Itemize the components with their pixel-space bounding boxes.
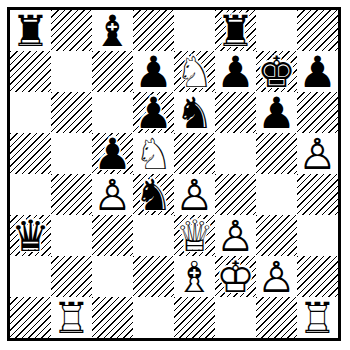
white-rook-h1: ♜♖ [297,297,338,338]
black-rook-a8: ♜ [10,10,51,51]
white-piece-outline: ♘ [174,52,215,93]
black-knight-d4: ♞ [133,174,174,215]
square-g8[interactable] [256,10,297,51]
black-piece-glyph: ♜ [10,11,51,52]
black-piece-glyph: ♞ [174,93,215,134]
square-g4[interactable] [256,174,297,215]
square-f4[interactable] [215,174,256,215]
white-piece-outline: ♖ [297,298,338,339]
square-g3[interactable] [256,215,297,256]
white-pawn-h5: ♟♙ [297,133,338,174]
square-e5[interactable] [174,133,215,174]
black-piece-glyph: ♞ [133,175,174,216]
square-e2[interactable]: ♝♗ [174,256,215,297]
black-king-g7: ♚ [256,51,297,92]
square-e1[interactable] [174,297,215,338]
white-piece-outline: ♙ [174,175,215,216]
white-queen-e3: ♛♕ [174,215,215,256]
square-g5[interactable] [256,133,297,174]
black-piece-glyph: ♟ [133,52,174,93]
black-pawn-f7: ♟ [215,51,256,92]
white-piece-fill: ♟ [297,134,338,175]
board-frame: ♜♝♜♟♞♘♟♚♟♟♞♟♟♞♘♟♙♟♙♞♟♙♛♛♕♟♙♝♗♚♔♟♙♜♖♜♖ [7,7,341,341]
white-piece-outline: ♔ [215,257,256,298]
square-a8[interactable]: ♜ [10,10,51,51]
square-b4[interactable] [51,174,92,215]
square-f2[interactable]: ♚♔ [215,256,256,297]
square-c5[interactable]: ♟ [92,133,133,174]
square-g7[interactable]: ♚ [256,51,297,92]
square-d4[interactable]: ♞ [133,174,174,215]
white-knight-d5: ♞♘ [133,133,174,174]
square-c8[interactable]: ♝ [92,10,133,51]
square-a5[interactable] [10,133,51,174]
black-rook-f8: ♜ [215,10,256,51]
white-piece-outline: ♙ [92,175,133,216]
white-knight-e7: ♞♘ [174,51,215,92]
black-bishop-c8: ♝ [92,10,133,51]
square-b3[interactable] [51,215,92,256]
square-b5[interactable] [51,133,92,174]
white-piece-outline: ♘ [133,134,174,175]
square-a1[interactable] [10,297,51,338]
square-e3[interactable]: ♛♕ [174,215,215,256]
square-e4[interactable]: ♟♙ [174,174,215,215]
black-pawn-h7: ♟ [297,51,338,92]
square-d2[interactable] [133,256,174,297]
square-f8[interactable]: ♜ [215,10,256,51]
square-c3[interactable] [92,215,133,256]
square-c2[interactable] [92,256,133,297]
square-f6[interactable] [215,92,256,133]
square-c4[interactable]: ♟♙ [92,174,133,215]
white-piece-outline: ♙ [215,216,256,257]
white-piece-outline: ♙ [256,257,297,298]
square-a4[interactable] [10,174,51,215]
square-e6[interactable]: ♞ [174,92,215,133]
black-pawn-d7: ♟ [133,51,174,92]
white-piece-fill: ♟ [215,216,256,257]
square-h1[interactable]: ♜♖ [297,297,338,338]
white-bishop-e2: ♝♗ [174,256,215,297]
white-piece-outline: ♗ [174,257,215,298]
white-piece-fill: ♝ [174,257,215,298]
chess-board: ♜♝♜♟♞♘♟♚♟♟♞♟♟♞♘♟♙♟♙♞♟♙♛♛♕♟♙♝♗♚♔♟♙♜♖♜♖ [10,10,338,338]
white-pawn-e4: ♟♙ [174,174,215,215]
square-h3[interactable] [297,215,338,256]
white-piece-outline: ♖ [51,298,92,339]
white-piece-outline: ♙ [297,134,338,175]
square-b8[interactable] [51,10,92,51]
square-h4[interactable] [297,174,338,215]
square-f5[interactable] [215,133,256,174]
black-pawn-d6: ♟ [133,92,174,133]
black-piece-glyph: ♜ [215,11,256,52]
white-rook-b1: ♜♖ [51,297,92,338]
square-b2[interactable] [51,256,92,297]
square-a6[interactable] [10,92,51,133]
white-piece-fill: ♟ [174,175,215,216]
square-h6[interactable] [297,92,338,133]
white-piece-fill: ♟ [92,175,133,216]
square-h5[interactable]: ♟♙ [297,133,338,174]
square-d3[interactable] [133,215,174,256]
square-a7[interactable] [10,51,51,92]
square-g6[interactable]: ♟ [256,92,297,133]
square-b6[interactable] [51,92,92,133]
black-piece-glyph: ♟ [92,134,133,175]
black-piece-glyph: ♛ [10,216,51,257]
square-c1[interactable] [92,297,133,338]
square-h7[interactable]: ♟ [297,51,338,92]
square-d1[interactable] [133,297,174,338]
white-pawn-f3: ♟♙ [215,215,256,256]
white-piece-outline: ♕ [174,216,215,257]
white-piece-fill: ♞ [174,52,215,93]
black-piece-glyph: ♟ [215,52,256,93]
white-piece-fill: ♚ [215,257,256,298]
square-f3[interactable]: ♟♙ [215,215,256,256]
square-a2[interactable] [10,256,51,297]
black-piece-glyph: ♟ [133,93,174,134]
square-c6[interactable] [92,92,133,133]
white-pawn-c4: ♟♙ [92,174,133,215]
black-piece-glyph: ♚ [256,52,297,93]
white-piece-fill: ♞ [133,134,174,175]
square-e7[interactable]: ♞♘ [174,51,215,92]
square-f7[interactable]: ♟ [215,51,256,92]
square-d5[interactable]: ♞♘ [133,133,174,174]
square-h8[interactable] [297,10,338,51]
white-piece-fill: ♛ [174,216,215,257]
square-b1[interactable]: ♜♖ [51,297,92,338]
square-f1[interactable] [215,297,256,338]
white-pawn-g2: ♟♙ [256,256,297,297]
white-piece-fill: ♜ [297,298,338,339]
black-piece-glyph: ♟ [297,52,338,93]
white-piece-fill: ♟ [256,257,297,298]
black-knight-e6: ♞ [174,92,215,133]
black-piece-glyph: ♟ [256,93,297,134]
square-g2[interactable]: ♟♙ [256,256,297,297]
black-pawn-c5: ♟ [92,133,133,174]
white-king-f2: ♚♔ [215,256,256,297]
square-d7[interactable]: ♟ [133,51,174,92]
square-e8[interactable] [174,10,215,51]
black-piece-glyph: ♝ [92,11,133,52]
square-a3[interactable]: ♛ [10,215,51,256]
white-piece-fill: ♜ [51,298,92,339]
square-g1[interactable] [256,297,297,338]
black-pawn-g6: ♟ [256,92,297,133]
square-d8[interactable] [133,10,174,51]
square-b7[interactable] [51,51,92,92]
chess-diagram-page: ♜♝♜♟♞♘♟♚♟♟♞♟♟♞♘♟♙♟♙♞♟♙♛♛♕♟♙♝♗♚♔♟♙♜♖♜♖ [0,0,350,350]
square-d6[interactable]: ♟ [133,92,174,133]
square-c7[interactable] [92,51,133,92]
square-h2[interactable] [297,256,338,297]
black-queen-a3: ♛ [10,215,51,256]
